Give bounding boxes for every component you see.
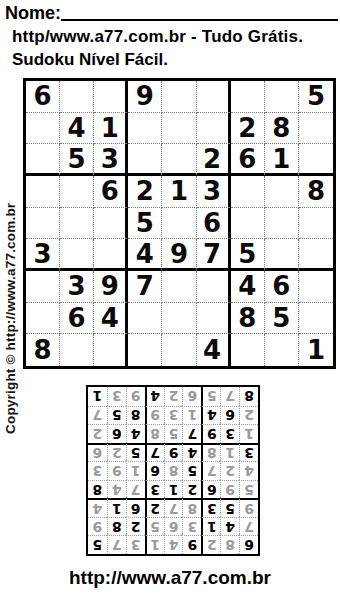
solution-cell-r3c7: 6	[126, 498, 145, 517]
puzzle-cell-r7c2[interactable]: 3	[60, 271, 94, 303]
puzzle-cell-r1c5[interactable]	[162, 81, 196, 113]
sudoku-page: Nome: http/www.a77.com.br - Tudo Grátis.…	[0, 0, 340, 596]
solution-cell-r3c8: 1	[107, 498, 126, 517]
solution-cell-r6c1: 3	[239, 443, 258, 462]
solution-cell-r2c3: 1	[201, 517, 220, 536]
solution-cell-r7c5: 5	[164, 424, 183, 443]
puzzle-title: Sudoku Nível Fácil.	[12, 50, 168, 70]
puzzle-cell-r5c1[interactable]	[26, 208, 60, 240]
puzzle-cell-r7c9[interactable]	[299, 271, 333, 303]
puzzle-cell-r1c3[interactable]	[94, 81, 128, 113]
solution-cell-r3c5: 7	[164, 498, 183, 517]
solution-cell-r4c6: 3	[145, 480, 164, 499]
puzzle-cell-r6c9[interactable]	[299, 239, 333, 271]
solution-cell-r2c8: 8	[107, 517, 126, 536]
solution-cell-r8c1: 2	[239, 406, 258, 425]
puzzle-cell-r2c8[interactable]: 8	[265, 113, 299, 145]
puzzle-cell-r9c5[interactable]	[162, 334, 196, 366]
puzzle-cell-r5c5[interactable]	[162, 208, 196, 240]
puzzle-cell-r3c8[interactable]: 1	[265, 144, 299, 176]
puzzle-cell-r9c3[interactable]	[94, 334, 128, 366]
puzzle-cell-r8c7[interactable]: 8	[231, 303, 265, 335]
solution-cell-r4c8: 4	[107, 480, 126, 499]
puzzle-cell-r8c6[interactable]	[197, 303, 231, 335]
solution-cell-r4c5: 1	[164, 480, 183, 499]
solution-cell-r4c2: 9	[220, 480, 239, 499]
solution-cell-r9c4: 6	[182, 387, 201, 406]
solution-cell-r9c2: 7	[220, 387, 239, 406]
solution-cell-r9c6: 4	[145, 387, 164, 406]
solution-cell-r1c5: 4	[164, 535, 183, 554]
footer-url: http://www.a77.com.br	[0, 567, 340, 589]
solution-cell-r5c3: 7	[201, 461, 220, 480]
puzzle-cell-r6c1[interactable]: 3	[26, 239, 60, 271]
puzzle-cell-r7c8[interactable]: 6	[265, 271, 299, 303]
solution-cell-r7c2: 3	[220, 424, 239, 443]
solution-cell-r9c7: 9	[126, 387, 145, 406]
puzzle-cell-r2c2[interactable]: 4	[60, 113, 94, 145]
solution-cell-r9c8: 3	[107, 387, 126, 406]
solution-cell-r2c9: 9	[88, 517, 107, 536]
solution-cell-r3c9: 4	[88, 498, 107, 517]
puzzle-cell-r9c9[interactable]: 1	[299, 334, 333, 366]
puzzle-cell-r5c7[interactable]	[231, 208, 265, 240]
solution-cell-r9c1: 8	[239, 387, 258, 406]
puzzle-cell-r4c5[interactable]: 1	[162, 176, 196, 208]
puzzle-cell-r3c2[interactable]: 5	[60, 144, 94, 176]
solution-cell-r3c4: 8	[182, 498, 201, 517]
solution-cell-r7c9: 2	[88, 424, 107, 443]
solution-cell-r3c6: 2	[145, 498, 164, 517]
puzzle-cell-r4c8[interactable]	[265, 176, 299, 208]
solution-cell-r5c1: 4	[239, 461, 258, 480]
puzzle-cell-r7c5[interactable]	[162, 271, 196, 303]
solution-cell-r5c5: 8	[164, 461, 183, 480]
puzzle-cell-r3c5[interactable]	[162, 144, 196, 176]
solution-cell-r3c1: 9	[239, 498, 258, 517]
solution-cell-r4c1: 5	[239, 480, 258, 499]
name-blank-line[interactable]	[61, 3, 338, 21]
name-label: Nome:	[5, 3, 61, 23]
solution-cell-r7c8: 6	[107, 424, 126, 443]
solution-cell-r6c2: 1	[220, 443, 239, 462]
puzzle-cell-r8c9[interactable]	[299, 303, 333, 335]
puzzle-cell-r2c3[interactable]: 1	[94, 113, 128, 145]
puzzle-cell-r9c6[interactable]: 4	[197, 334, 231, 366]
solution-cell-r3c3: 3	[201, 498, 220, 517]
solution-cell-r4c9: 8	[88, 480, 107, 499]
puzzle-cell-r4c7[interactable]	[231, 176, 265, 208]
puzzle-cell-r7c7[interactable]: 4	[231, 271, 265, 303]
solution-cell-r2c6: 5	[145, 517, 164, 536]
solution-cell-r2c1: 7	[239, 517, 258, 536]
puzzle-cell-r5c9[interactable]	[299, 208, 333, 240]
solution-cell-r1c9: 5	[88, 535, 107, 554]
solution-cell-r6c6: 7	[145, 443, 164, 462]
solution-cell-r2c4: 3	[182, 517, 201, 536]
solution-cell-r5c9: 3	[88, 461, 107, 480]
solution-cell-r7c1: 1	[239, 424, 258, 443]
puzzle-cell-r6c2[interactable]	[60, 239, 94, 271]
puzzle-cell-r9c7[interactable]	[231, 334, 265, 366]
puzzle-cell-r2c5[interactable]	[162, 113, 196, 145]
puzzle-cell-r7c6[interactable]	[197, 271, 231, 303]
solution-cell-r5c2: 2	[220, 461, 239, 480]
sudoku-board: 695412853261621385634975397466485841	[23, 78, 336, 369]
puzzle-cell-r3c1[interactable]	[26, 144, 60, 176]
puzzle-cell-r7c1[interactable]	[26, 271, 60, 303]
solution-cell-r4c3: 6	[201, 480, 220, 499]
puzzle-cell-r5c2[interactable]	[60, 208, 94, 240]
puzzle-cell-r2c6[interactable]	[197, 113, 231, 145]
solution-cell-r5c6: 6	[145, 461, 164, 480]
puzzle-cell-r4c3[interactable]: 6	[94, 176, 128, 208]
solution-cell-r1c2: 8	[220, 535, 239, 554]
solution-cell-r6c4: 4	[182, 443, 201, 462]
puzzle-cell-r1c4[interactable]: 9	[128, 81, 162, 113]
puzzle-cell-r8c3[interactable]: 4	[94, 303, 128, 335]
solution-cell-r1c4: 9	[182, 535, 201, 554]
solution-cell-r5c8: 9	[107, 461, 126, 480]
puzzle-cell-r2c4[interactable]	[128, 113, 162, 145]
site-tagline: http/www.a77.com.br - Tudo Grátis.	[12, 27, 303, 47]
puzzle-cell-r4c4[interactable]: 2	[128, 176, 162, 208]
solution-cell-r8c9: 7	[88, 406, 107, 425]
solution-cell-r3c2: 5	[220, 498, 239, 517]
solution-cell-r8c2: 6	[220, 406, 239, 425]
puzzle-cell-r5c8[interactable]	[265, 208, 299, 240]
solution-cell-r1c7: 3	[126, 535, 145, 554]
solution-cell-r9c9: 1	[88, 387, 107, 406]
puzzle-cell-r2c1[interactable]	[26, 113, 60, 145]
solution-cell-r8c4: 1	[182, 406, 201, 425]
puzzle-cell-r8c4[interactable]	[128, 303, 162, 335]
solution-cell-r9c5: 2	[164, 387, 183, 406]
solution-cell-r1c6: 1	[145, 535, 164, 554]
puzzle-cell-r9c4[interactable]	[128, 334, 162, 366]
solution-cell-r1c8: 7	[107, 535, 126, 554]
puzzle-cell-r3c6[interactable]: 2	[197, 144, 231, 176]
puzzle-cell-r9c1[interactable]: 8	[26, 334, 60, 366]
solution-cell-r8c7: 8	[126, 406, 145, 425]
solution-cell-r9c3: 5	[201, 387, 220, 406]
solution-cell-r1c1: 6	[239, 535, 258, 554]
puzzle-cell-r6c8[interactable]	[265, 239, 299, 271]
puzzle-cell-r9c8[interactable]	[265, 334, 299, 366]
puzzle-cell-r6c6[interactable]: 7	[197, 239, 231, 271]
puzzle-cell-r4c6[interactable]: 3	[197, 176, 231, 208]
solution-cell-r5c7: 1	[126, 461, 145, 480]
solution-cell-r6c7: 5	[126, 443, 145, 462]
puzzle-cell-r5c6[interactable]: 6	[197, 208, 231, 240]
solution-cell-r6c9: 6	[88, 443, 107, 462]
puzzle-cell-r3c9[interactable]	[299, 144, 333, 176]
puzzle-cell-r6c7[interactable]: 5	[231, 239, 265, 271]
puzzle-cell-r1c1[interactable]: 6	[26, 81, 60, 113]
puzzle-cell-r8c1[interactable]	[26, 303, 60, 335]
solution-cell-r6c5: 9	[164, 443, 183, 462]
solution-cell-r4c7: 7	[126, 480, 145, 499]
puzzle-cell-r3c3[interactable]: 3	[94, 144, 128, 176]
puzzle-cell-r8c5[interactable]	[162, 303, 196, 335]
solution-board-rotated: 6829413757413652899538726145962137484275…	[86, 385, 260, 556]
puzzle-cell-r3c4[interactable]	[128, 144, 162, 176]
solution-cell-r2c2: 4	[220, 517, 239, 536]
solution-cell-r6c3: 8	[201, 443, 220, 462]
puzzle-cell-r7c4[interactable]: 7	[128, 271, 162, 303]
puzzle-cell-r4c9[interactable]: 8	[299, 176, 333, 208]
puzzle-cell-r3c7[interactable]: 6	[231, 144, 265, 176]
puzzle-cell-r6c5[interactable]: 9	[162, 239, 196, 271]
puzzle-cell-r5c3[interactable]	[94, 208, 128, 240]
copyright-vertical-text: Copyright © http://www.a77.com.br	[3, 74, 18, 434]
puzzle-cell-r7c3[interactable]: 9	[94, 271, 128, 303]
solution-cell-r6c8: 2	[107, 443, 126, 462]
puzzle-cell-r4c2[interactable]	[60, 176, 94, 208]
solution-cell-r7c3: 9	[201, 424, 220, 443]
puzzle-cell-r1c9[interactable]: 5	[299, 81, 333, 113]
puzzle-cell-r6c4[interactable]: 4	[128, 239, 162, 271]
solution-cell-r4c4: 2	[182, 480, 201, 499]
solution-cell-r7c6: 8	[145, 424, 164, 443]
solution-cell-r8c8: 5	[107, 406, 126, 425]
solution-cell-r8c6: 9	[145, 406, 164, 425]
puzzle-cell-r2c7[interactable]: 2	[231, 113, 265, 145]
puzzle-cell-r9c2[interactable]	[60, 334, 94, 366]
solution-cell-r2c5: 6	[164, 517, 183, 536]
solution-cell-r8c3: 4	[201, 406, 220, 425]
puzzle-cell-r1c6[interactable]	[197, 81, 231, 113]
puzzle-cell-r1c2[interactable]	[60, 81, 94, 113]
puzzle-cell-r2c9[interactable]	[299, 113, 333, 145]
solution-cell-r5c4: 5	[182, 461, 201, 480]
solution-cell-r7c7: 4	[126, 424, 145, 443]
puzzle-cell-r4c1[interactable]	[26, 176, 60, 208]
puzzle-cell-r1c8[interactable]	[265, 81, 299, 113]
solution-cell-r7c4: 7	[182, 424, 201, 443]
puzzle-cell-r8c8[interactable]: 5	[265, 303, 299, 335]
puzzle-cell-r1c7[interactable]	[231, 81, 265, 113]
name-row: Nome:	[5, 3, 338, 23]
solution-cell-r8c5: 3	[164, 406, 183, 425]
solution-cell-r2c7: 2	[126, 517, 145, 536]
puzzle-cell-r6c3[interactable]	[94, 239, 128, 271]
puzzle-cell-r5c4[interactable]: 5	[128, 208, 162, 240]
puzzle-cell-r8c2[interactable]: 6	[60, 303, 94, 335]
solution-cell-r1c3: 2	[201, 535, 220, 554]
